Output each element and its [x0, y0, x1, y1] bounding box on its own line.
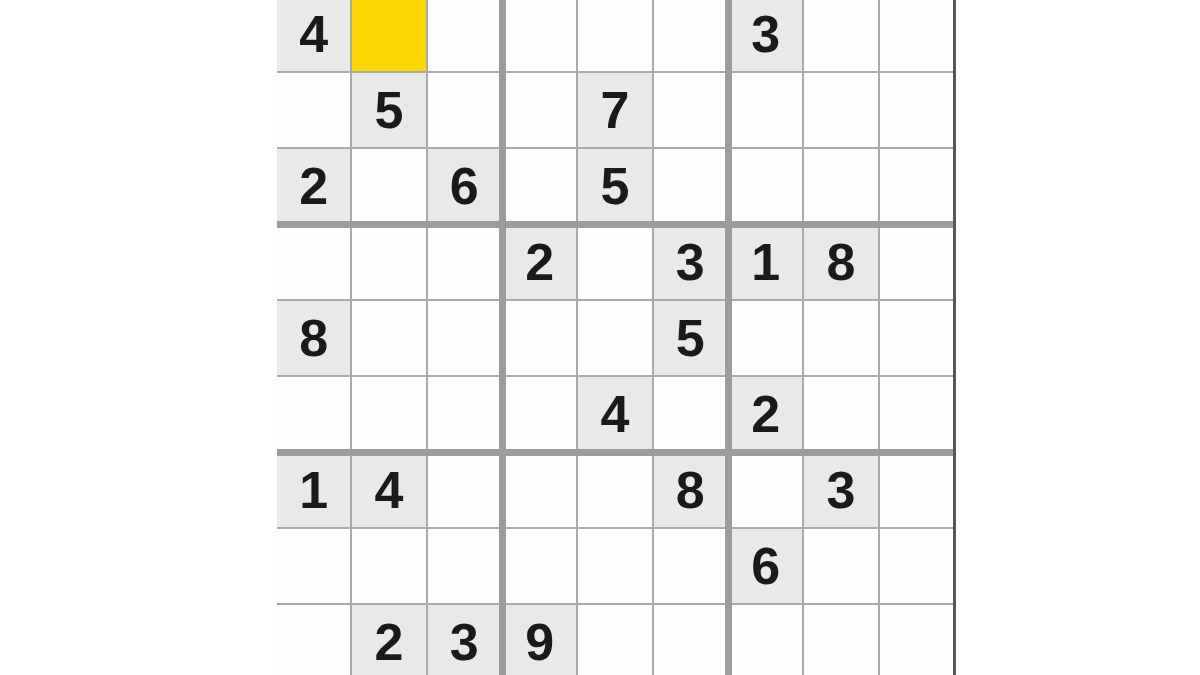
- cell-r1c2[interactable]: [352, 0, 425, 71]
- cell-r7c4[interactable]: [503, 453, 576, 527]
- cell-r8c1[interactable]: [277, 529, 350, 603]
- cell-r1c1[interactable]: 4: [277, 0, 350, 71]
- cell-r4c5[interactable]: [578, 225, 651, 299]
- cell-r8c4[interactable]: [503, 529, 576, 603]
- cell-r3c7[interactable]: [729, 149, 802, 223]
- cell-r9c3[interactable]: 3: [428, 605, 501, 675]
- cell-r8c5[interactable]: [578, 529, 651, 603]
- box-divider-horizontal-bottom: [277, 449, 953, 456]
- cell-r6c3[interactable]: [428, 377, 501, 451]
- board-right-edge: [953, 0, 956, 675]
- cell-r2c3[interactable]: [428, 73, 501, 147]
- cell-r1c9[interactable]: [880, 0, 953, 71]
- sudoku-grid: 43572652318854214836239: [277, 0, 953, 675]
- cell-r3c3[interactable]: 6: [428, 149, 501, 223]
- cell-r2c8[interactable]: [804, 73, 877, 147]
- cell-r6c5[interactable]: 4: [578, 377, 651, 451]
- cell-r5c9[interactable]: [880, 301, 953, 375]
- cell-r7c3[interactable]: [428, 453, 501, 527]
- cell-r2c1[interactable]: [277, 73, 350, 147]
- cell-r9c9[interactable]: [880, 605, 953, 675]
- cell-r2c4[interactable]: [503, 73, 576, 147]
- cell-r5c2[interactable]: [352, 301, 425, 375]
- cell-r4c4[interactable]: 2: [503, 225, 576, 299]
- cell-r9c7[interactable]: [729, 605, 802, 675]
- cell-r2c6[interactable]: [654, 73, 727, 147]
- cell-r3c1[interactable]: 2: [277, 149, 350, 223]
- sudoku-board: 43572652318854214836239: [277, 0, 953, 675]
- cell-r6c4[interactable]: [503, 377, 576, 451]
- cell-r8c8[interactable]: [804, 529, 877, 603]
- cell-r3c4[interactable]: [503, 149, 576, 223]
- cell-r5c5[interactable]: [578, 301, 651, 375]
- cell-r4c8[interactable]: 8: [804, 225, 877, 299]
- cell-r9c6[interactable]: [654, 605, 727, 675]
- cell-r2c2[interactable]: 5: [352, 73, 425, 147]
- cell-r9c1[interactable]: [277, 605, 350, 675]
- cell-r5c4[interactable]: [503, 301, 576, 375]
- cell-r5c7[interactable]: [729, 301, 802, 375]
- cell-r6c2[interactable]: [352, 377, 425, 451]
- cell-r4c9[interactable]: [880, 225, 953, 299]
- cell-r6c8[interactable]: [804, 377, 877, 451]
- box-divider-horizontal-top: [277, 221, 953, 228]
- cell-r9c8[interactable]: [804, 605, 877, 675]
- cell-r1c7[interactable]: 3: [729, 0, 802, 71]
- cell-r8c2[interactable]: [352, 529, 425, 603]
- cell-r7c7[interactable]: [729, 453, 802, 527]
- cell-r5c6[interactable]: 5: [654, 301, 727, 375]
- cell-r1c4[interactable]: [503, 0, 576, 71]
- cell-r3c8[interactable]: [804, 149, 877, 223]
- cell-r3c9[interactable]: [880, 149, 953, 223]
- cell-r7c9[interactable]: [880, 453, 953, 527]
- cell-r6c6[interactable]: [654, 377, 727, 451]
- cell-r9c4[interactable]: 9: [503, 605, 576, 675]
- cell-r7c1[interactable]: 1: [277, 453, 350, 527]
- cell-r6c7[interactable]: 2: [729, 377, 802, 451]
- cell-r8c7[interactable]: 6: [729, 529, 802, 603]
- cell-r4c7[interactable]: 1: [729, 225, 802, 299]
- cell-r2c5[interactable]: 7: [578, 73, 651, 147]
- cell-r1c3[interactable]: [428, 0, 501, 71]
- cell-r3c5[interactable]: 5: [578, 149, 651, 223]
- cell-r5c1[interactable]: 8: [277, 301, 350, 375]
- cell-r3c2[interactable]: [352, 149, 425, 223]
- cell-r8c9[interactable]: [880, 529, 953, 603]
- cell-r1c8[interactable]: [804, 0, 877, 71]
- box-divider-vertical-left: [499, 0, 506, 675]
- cell-r7c6[interactable]: 8: [654, 453, 727, 527]
- cell-r9c2[interactable]: 2: [352, 605, 425, 675]
- cell-r2c9[interactable]: [880, 73, 953, 147]
- box-divider-vertical-right: [725, 0, 732, 675]
- cell-r4c3[interactable]: [428, 225, 501, 299]
- cell-r7c5[interactable]: [578, 453, 651, 527]
- cell-r4c2[interactable]: [352, 225, 425, 299]
- cell-r6c1[interactable]: [277, 377, 350, 451]
- cell-r7c2[interactable]: 4: [352, 453, 425, 527]
- cell-r9c5[interactable]: [578, 605, 651, 675]
- cell-r1c5[interactable]: [578, 0, 651, 71]
- cell-r8c6[interactable]: [654, 529, 727, 603]
- cell-r6c9[interactable]: [880, 377, 953, 451]
- cell-r4c1[interactable]: [277, 225, 350, 299]
- cell-r4c6[interactable]: 3: [654, 225, 727, 299]
- cell-r1c6[interactable]: [654, 0, 727, 71]
- cell-r5c3[interactable]: [428, 301, 501, 375]
- cell-r8c3[interactable]: [428, 529, 501, 603]
- cell-r2c7[interactable]: [729, 73, 802, 147]
- cell-r5c8[interactable]: [804, 301, 877, 375]
- cell-r3c6[interactable]: [654, 149, 727, 223]
- cell-r7c8[interactable]: 3: [804, 453, 877, 527]
